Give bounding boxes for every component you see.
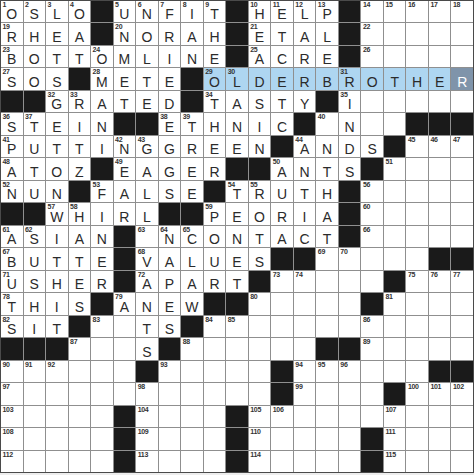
cell-r12c3[interactable]: E <box>69 271 91 292</box>
cell-r3c18[interactable]: H <box>406 68 428 89</box>
cell-r3c17[interactable]: T <box>384 68 406 89</box>
cell-r19c11[interactable]: 110 <box>249 428 271 449</box>
cell-r17c4[interactable] <box>91 383 113 404</box>
cell-r2c14[interactable]: E <box>316 46 338 67</box>
cell-r9c5[interactable]: R <box>114 203 136 224</box>
cell-r2c1[interactable]: O <box>24 46 46 67</box>
cell-r11c15[interactable]: 70 <box>339 248 361 269</box>
cell-r8c11[interactable]: 55R <box>249 181 271 202</box>
cell-r9c18[interactable] <box>406 203 428 224</box>
cell-r18c3[interactable] <box>69 406 91 427</box>
cell-r3c19[interactable]: E <box>429 68 451 89</box>
cell-r19c6[interactable]: 109 <box>136 428 158 449</box>
cell-r7c19[interactable] <box>429 158 451 179</box>
cell-r20c6[interactable]: 113 <box>136 451 158 472</box>
cell-r0c19[interactable]: 17 <box>429 1 451 22</box>
cell-r16c8[interactable] <box>181 361 203 382</box>
cell-r1c11[interactable]: 21E <box>249 23 271 44</box>
crossword-grid[interactable]: 1O2S3L4O5U6N7F8I9T10H11E12L13P1415161718… <box>0 0 474 473</box>
cell-r4c12[interactable]: T <box>271 91 293 112</box>
cell-r1c2[interactable]: E <box>46 23 68 44</box>
cell-r0c17[interactable]: 15 <box>384 1 406 22</box>
cell-r9c14[interactable]: A <box>316 203 338 224</box>
cell-r6c4[interactable]: I <box>91 136 113 157</box>
cell-r8c14[interactable]: H <box>316 181 338 202</box>
cell-r4c6[interactable]: E <box>136 91 158 112</box>
cell-r12c14[interactable] <box>316 271 338 292</box>
cell-r1c3[interactable]: A <box>69 23 91 44</box>
cell-r0c20[interactable]: 18 <box>451 1 473 22</box>
cell-r11c17[interactable] <box>384 248 406 269</box>
cell-r19c8[interactable] <box>181 428 203 449</box>
cell-r19c14[interactable] <box>316 428 338 449</box>
cell-r9c19[interactable] <box>429 203 451 224</box>
cell-r9c20[interactable] <box>451 203 473 224</box>
cell-r14c11[interactable] <box>249 316 271 337</box>
cell-r19c18[interactable] <box>406 428 428 449</box>
cell-r19c13[interactable] <box>294 428 316 449</box>
selected-cell-r3c20[interactable]: R <box>451 68 473 89</box>
cell-r18c11[interactable]: 105 <box>249 406 271 427</box>
cell-r13c14[interactable] <box>316 293 338 314</box>
cell-r13c11[interactable]: 80 <box>249 293 271 314</box>
cell-r13c6[interactable]: N <box>136 293 158 314</box>
cell-r12c4[interactable]: R <box>91 271 113 292</box>
cell-r12c6[interactable]: 72A <box>136 271 158 292</box>
cell-r19c9[interactable] <box>204 428 226 449</box>
cell-r12c2[interactable]: H <box>46 271 68 292</box>
cell-r14c19[interactable] <box>429 316 451 337</box>
cell-r10c7[interactable]: 64N <box>159 226 181 247</box>
cell-r17c18[interactable]: 100 <box>406 383 428 404</box>
cell-r15c12[interactable] <box>271 338 293 359</box>
cell-r17c20[interactable]: 102 <box>451 383 473 404</box>
cell-r7c5[interactable]: 49E <box>114 158 136 179</box>
cell-r11c4[interactable]: E <box>91 248 113 269</box>
cell-r4c7[interactable]: D <box>159 91 181 112</box>
cell-r10c11[interactable]: T <box>249 226 271 247</box>
cell-r4c11[interactable]: S <box>249 91 271 112</box>
cell-r19c1[interactable] <box>24 428 46 449</box>
cell-r2c13[interactable]: R <box>294 46 316 67</box>
cell-r1c6[interactable]: O <box>136 23 158 44</box>
cell-r20c15[interactable] <box>339 451 361 472</box>
cell-r8c19[interactable] <box>429 181 451 202</box>
cell-r8c7[interactable]: S <box>159 181 181 202</box>
cell-r9c12[interactable]: R <box>271 203 293 224</box>
cell-r14c6[interactable]: T <box>136 316 158 337</box>
cell-r13c0[interactable]: 78T <box>1 293 23 314</box>
cell-r3c6[interactable]: T <box>136 68 158 89</box>
cell-r5c1[interactable]: 37T <box>24 113 46 134</box>
cell-r12c18[interactable]: 75 <box>406 271 428 292</box>
cell-r15c17[interactable] <box>384 338 406 359</box>
cell-r16c17[interactable] <box>384 361 406 382</box>
cell-r6c3[interactable]: T <box>69 136 91 157</box>
cell-r3c15[interactable]: 31R <box>339 68 361 89</box>
cell-r17c19[interactable]: 101 <box>429 383 451 404</box>
cell-r17c6[interactable]: 98 <box>136 383 158 404</box>
cell-r7c13[interactable]: N <box>294 158 316 179</box>
cell-r0c1[interactable]: 2S <box>24 1 46 22</box>
cell-r14c7[interactable]: S <box>159 316 181 337</box>
cell-r7c3[interactable]: Z <box>69 158 91 179</box>
cell-r17c10[interactable] <box>226 383 248 404</box>
cell-r16c3[interactable] <box>69 361 91 382</box>
cell-r14c15[interactable] <box>339 316 361 337</box>
cell-r3c5[interactable]: E <box>114 68 136 89</box>
cell-r10c2[interactable]: I <box>46 226 68 247</box>
cell-r0c8[interactable]: 8I <box>181 1 203 22</box>
cell-r3c14[interactable]: B <box>316 68 338 89</box>
cell-r2c5[interactable]: M <box>114 46 136 67</box>
cell-r12c16[interactable] <box>361 271 383 292</box>
cell-r17c9[interactable] <box>204 383 226 404</box>
cell-r16c16[interactable] <box>361 361 383 382</box>
cell-r0c7[interactable]: 7F <box>159 1 181 22</box>
cell-r3c4[interactable]: 28M <box>91 68 113 89</box>
cell-r0c5[interactable]: 5U <box>114 1 136 22</box>
cell-r1c0[interactable]: 19R <box>1 23 23 44</box>
cell-r1c16[interactable]: 22 <box>361 23 383 44</box>
cell-r7c14[interactable]: T <box>316 158 338 179</box>
cell-r2c2[interactable]: T <box>46 46 68 67</box>
cell-r0c14[interactable]: 13P <box>316 1 338 22</box>
cell-r19c4[interactable] <box>91 428 113 449</box>
cell-r0c2[interactable]: 3L <box>46 1 68 22</box>
cell-r3c7[interactable]: E <box>159 68 181 89</box>
cell-r5c11[interactable]: I <box>249 113 271 134</box>
cell-r12c0[interactable]: 71U <box>1 271 23 292</box>
cell-r18c18[interactable] <box>406 406 428 427</box>
cell-r9c13[interactable]: I <box>294 203 316 224</box>
cell-r14c18[interactable] <box>406 316 428 337</box>
cell-r10c8[interactable]: 65C <box>181 226 203 247</box>
cell-r11c11[interactable]: S <box>249 248 271 269</box>
cell-r16c10[interactable] <box>226 361 248 382</box>
cell-r6c18[interactable]: 45 <box>406 136 428 157</box>
cell-r14c4[interactable]: 83 <box>91 316 113 337</box>
cell-r20c9[interactable] <box>204 451 226 472</box>
cell-r14c14[interactable] <box>316 316 338 337</box>
cell-r6c8[interactable]: R <box>181 136 203 157</box>
cell-r2c20[interactable] <box>451 46 473 67</box>
cell-r19c2[interactable] <box>46 428 68 449</box>
cell-r12c9[interactable]: R <box>204 271 226 292</box>
cell-r4c4[interactable]: A <box>91 91 113 112</box>
cell-r0c0[interactable]: 1O <box>1 1 23 22</box>
cell-r6c2[interactable]: T <box>46 136 68 157</box>
cell-r16c13[interactable]: 94 <box>294 361 316 382</box>
cell-r19c12[interactable] <box>271 428 293 449</box>
cell-r7c0[interactable]: 48A <box>1 158 23 179</box>
cell-r16c14[interactable]: 95 <box>316 361 338 382</box>
cell-r10c4[interactable]: N <box>91 226 113 247</box>
cell-r13c13[interactable] <box>294 293 316 314</box>
cell-r16c5[interactable] <box>114 361 136 382</box>
cell-r3c11[interactable]: D <box>249 68 271 89</box>
cell-r6c16[interactable]: S <box>361 136 383 157</box>
cell-r16c9[interactable] <box>204 361 226 382</box>
cell-r18c15[interactable] <box>339 406 361 427</box>
cell-r4c20[interactable] <box>451 91 473 112</box>
cell-r0c12[interactable]: 11E <box>271 1 293 22</box>
cell-r6c20[interactable]: 47 <box>451 136 473 157</box>
cell-r0c16[interactable]: 14 <box>361 1 383 22</box>
cell-r0c13[interactable]: 12L <box>294 1 316 22</box>
cell-r2c6[interactable]: L <box>136 46 158 67</box>
cell-r11c0[interactable]: 67B <box>1 248 23 269</box>
cell-r1c13[interactable]: A <box>294 23 316 44</box>
cell-r7c18[interactable] <box>406 158 428 179</box>
cell-r10c12[interactable]: A <box>271 226 293 247</box>
cell-r16c1[interactable]: 91 <box>24 361 46 382</box>
cell-r19c17[interactable]: 111 <box>384 428 406 449</box>
cell-r2c8[interactable]: N <box>181 46 203 67</box>
cell-r18c0[interactable]: 103 <box>1 406 23 427</box>
cell-r20c7[interactable] <box>159 451 181 472</box>
cell-r8c18[interactable] <box>406 181 428 202</box>
cell-r8c8[interactable]: E <box>181 181 203 202</box>
cell-r0c9[interactable]: 9T <box>204 1 226 22</box>
cell-r1c17[interactable] <box>384 23 406 44</box>
cell-r7c15[interactable]: S <box>339 158 361 179</box>
cell-r20c14[interactable] <box>316 451 338 472</box>
cell-r5c16[interactable] <box>361 113 383 134</box>
cell-r17c14[interactable] <box>316 383 338 404</box>
cell-r0c3[interactable]: 4O <box>69 1 91 22</box>
cell-r8c1[interactable]: U <box>24 181 46 202</box>
cell-r5c17[interactable] <box>384 113 406 134</box>
cell-r15c16[interactable]: 89 <box>361 338 383 359</box>
cell-r7c7[interactable]: G <box>159 158 181 179</box>
cell-r1c19[interactable] <box>429 23 451 44</box>
cell-r18c6[interactable]: 104 <box>136 406 158 427</box>
cell-r20c1[interactable] <box>24 451 46 472</box>
cell-r1c8[interactable]: A <box>181 23 203 44</box>
cell-r20c12[interactable] <box>271 451 293 472</box>
cell-r10c3[interactable]: A <box>69 226 91 247</box>
cell-r2c12[interactable]: C <box>271 46 293 67</box>
cell-r14c12[interactable] <box>271 316 293 337</box>
cell-r3c13[interactable]: R <box>294 68 316 89</box>
cell-r6c6[interactable]: 43G <box>136 136 158 157</box>
cell-r1c9[interactable]: H <box>204 23 226 44</box>
cell-r20c18[interactable] <box>406 451 428 472</box>
cell-r9c17[interactable] <box>384 203 406 224</box>
cell-r15c6[interactable]: S <box>136 338 158 359</box>
cell-r20c2[interactable] <box>46 451 68 472</box>
cell-r18c8[interactable] <box>181 406 203 427</box>
cell-r4c9[interactable]: 34T <box>204 91 226 112</box>
cell-r3c9[interactable]: 29O <box>204 68 226 89</box>
cell-r6c9[interactable]: E <box>204 136 226 157</box>
cell-r17c3[interactable] <box>69 383 91 404</box>
cell-r18c17[interactable]: 107 <box>384 406 406 427</box>
cell-r18c2[interactable] <box>46 406 68 427</box>
cell-r9c3[interactable]: 58H <box>69 203 91 224</box>
cell-r6c15[interactable]: D <box>339 136 361 157</box>
cell-r15c11[interactable] <box>249 338 271 359</box>
cell-r10c10[interactable]: N <box>226 226 248 247</box>
cell-r15c9[interactable] <box>204 338 226 359</box>
cell-r20c11[interactable]: 114 <box>249 451 271 472</box>
cell-r14c16[interactable]: 86 <box>361 316 383 337</box>
cell-r13c18[interactable] <box>406 293 428 314</box>
cell-r1c18[interactable] <box>406 23 428 44</box>
cell-r19c0[interactable]: 108 <box>1 428 23 449</box>
cell-r15c3[interactable]: 87 <box>69 338 91 359</box>
cell-r14c5[interactable] <box>114 316 136 337</box>
cell-r12c19[interactable]: 76 <box>429 271 451 292</box>
cell-r18c16[interactable] <box>361 406 383 427</box>
cell-r20c8[interactable] <box>181 451 203 472</box>
cell-r7c2[interactable]: O <box>46 158 68 179</box>
cell-r13c5[interactable]: 79A <box>114 293 136 314</box>
cell-r14c9[interactable]: 84 <box>204 316 226 337</box>
cell-r9c16[interactable]: 60 <box>361 203 383 224</box>
cell-r16c11[interactable] <box>249 361 271 382</box>
cell-r16c7[interactable]: 93 <box>159 361 181 382</box>
cell-r10c13[interactable]: C <box>294 226 316 247</box>
cell-r13c1[interactable]: H <box>24 293 46 314</box>
cell-r14c0[interactable]: 82S <box>1 316 23 337</box>
cell-r18c13[interactable] <box>294 406 316 427</box>
cell-r20c19[interactable] <box>429 451 451 472</box>
cell-r17c2[interactable] <box>46 383 68 404</box>
cell-r6c1[interactable]: U <box>24 136 46 157</box>
cell-r0c18[interactable]: 16 <box>406 1 428 22</box>
cell-r3c10[interactable]: 30L <box>226 68 248 89</box>
cell-r11c16[interactable] <box>361 248 383 269</box>
cell-r9c4[interactable]: I <box>91 203 113 224</box>
cell-r12c12[interactable]: 73 <box>271 271 293 292</box>
cell-r9c9[interactable]: 59P <box>204 203 226 224</box>
cell-r2c18[interactable] <box>406 46 428 67</box>
cell-r8c10[interactable]: 54T <box>226 181 248 202</box>
cell-r13c15[interactable] <box>339 293 361 314</box>
cell-r4c15[interactable]: 35I <box>339 91 361 112</box>
cell-r2c9[interactable]: E <box>204 46 226 67</box>
cell-r3c1[interactable]: O <box>24 68 46 89</box>
cell-r1c14[interactable]: L <box>316 23 338 44</box>
cell-r15c13[interactable] <box>294 338 316 359</box>
cell-r17c16[interactable] <box>361 383 383 404</box>
cell-r13c17[interactable]: 81 <box>384 293 406 314</box>
cell-r11c18[interactable] <box>406 248 428 269</box>
cell-r15c5[interactable] <box>114 338 136 359</box>
cell-r1c5[interactable]: 20N <box>114 23 136 44</box>
cell-r4c5[interactable]: T <box>114 91 136 112</box>
cell-r2c0[interactable]: 23B <box>1 46 23 67</box>
cell-r8c0[interactable]: 52N <box>1 181 23 202</box>
cell-r8c4[interactable]: 53F <box>91 181 113 202</box>
cell-r7c8[interactable]: E <box>181 158 203 179</box>
cell-r7c12[interactable]: 50A <box>271 158 293 179</box>
cell-r1c20[interactable] <box>451 23 473 44</box>
cell-r8c5[interactable]: A <box>114 181 136 202</box>
cell-r0c11[interactable]: 10H <box>249 1 271 22</box>
cell-r19c7[interactable] <box>159 428 181 449</box>
cell-r20c3[interactable] <box>69 451 91 472</box>
cell-r2c3[interactable]: T <box>69 46 91 67</box>
cell-r14c10[interactable]: 85 <box>226 316 248 337</box>
cell-r6c19[interactable]: 46 <box>429 136 451 157</box>
cell-r3c2[interactable]: S <box>46 68 68 89</box>
cell-r7c9[interactable]: R <box>204 158 226 179</box>
cell-r15c10[interactable] <box>226 338 248 359</box>
cell-r4c2[interactable]: 32G <box>46 91 68 112</box>
cell-r16c0[interactable]: 90 <box>1 361 23 382</box>
cell-r5c15[interactable]: N <box>339 113 361 134</box>
cell-r17c15[interactable] <box>339 383 361 404</box>
cell-r6c10[interactable]: E <box>226 136 248 157</box>
cell-r1c1[interactable]: H <box>24 23 46 44</box>
cell-r13c12[interactable] <box>271 293 293 314</box>
cell-r15c8[interactable]: 88 <box>181 338 203 359</box>
cell-r5c4[interactable]: N <box>91 113 113 134</box>
cell-r12c7[interactable]: P <box>159 271 181 292</box>
cell-r20c13[interactable] <box>294 451 316 472</box>
cell-r1c12[interactable]: T <box>271 23 293 44</box>
cell-r5c7[interactable]: 38E <box>159 113 181 134</box>
cell-r4c17[interactable] <box>384 91 406 112</box>
cell-r19c3[interactable] <box>69 428 91 449</box>
cell-r13c19[interactable] <box>429 293 451 314</box>
cell-r5c3[interactable]: I <box>69 113 91 134</box>
cell-r18c19[interactable] <box>429 406 451 427</box>
cell-r16c2[interactable]: 92 <box>46 361 68 382</box>
cell-r11c10[interactable]: E <box>226 248 248 269</box>
cell-r8c16[interactable]: 56 <box>361 181 383 202</box>
cell-r17c1[interactable] <box>24 383 46 404</box>
cell-r12c20[interactable]: 77 <box>451 271 473 292</box>
cell-r14c1[interactable]: I <box>24 316 46 337</box>
cell-r20c17[interactable]: 115 <box>384 451 406 472</box>
cell-r20c0[interactable]: 112 <box>1 451 23 472</box>
cell-r16c15[interactable]: 96 <box>339 361 361 382</box>
cell-r20c20[interactable] <box>451 451 473 472</box>
cell-r4c18[interactable] <box>406 91 428 112</box>
cell-r14c20[interactable] <box>451 316 473 337</box>
cell-r12c1[interactable]: S <box>24 271 46 292</box>
cell-r18c9[interactable] <box>204 406 226 427</box>
cell-r5c10[interactable]: N <box>226 113 248 134</box>
cell-r16c18[interactable] <box>406 361 428 382</box>
cell-r19c19[interactable] <box>429 428 451 449</box>
cell-r15c19[interactable] <box>429 338 451 359</box>
cell-r5c2[interactable]: E <box>46 113 68 134</box>
cell-r3c12[interactable]: E <box>271 68 293 89</box>
cell-r4c13[interactable]: Y <box>294 91 316 112</box>
cell-r9c11[interactable]: O <box>249 203 271 224</box>
cell-r10c1[interactable]: 62S <box>24 226 46 247</box>
cell-r3c0[interactable]: 27S <box>1 68 23 89</box>
cell-r5c0[interactable]: 36S <box>1 113 23 134</box>
cell-r11c2[interactable]: T <box>46 248 68 269</box>
cell-r7c1[interactable]: T <box>24 158 46 179</box>
cell-r14c17[interactable] <box>384 316 406 337</box>
cell-r4c3[interactable]: 33R <box>69 91 91 112</box>
cell-r20c4[interactable] <box>91 451 113 472</box>
cell-r17c5[interactable] <box>114 383 136 404</box>
cell-r11c6[interactable]: 68V <box>136 248 158 269</box>
cell-r18c1[interactable] <box>24 406 46 427</box>
cell-r2c19[interactable] <box>429 46 451 67</box>
cell-r13c8[interactable]: W <box>181 293 203 314</box>
cell-r8c20[interactable] <box>451 181 473 202</box>
cell-r14c13[interactable] <box>294 316 316 337</box>
